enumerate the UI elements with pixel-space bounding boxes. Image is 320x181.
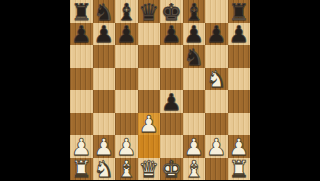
black-bishop-icon: ♝ [116, 1, 137, 24]
square-c1[interactable]: ♝ [115, 158, 138, 181]
white-bishop-icon: ♝ [116, 158, 137, 180]
square-b7[interactable]: ♟ [93, 23, 116, 46]
chess-app-canvas: ♜♞♝♛♚♝♜♟♟♟♟♟♟♟♞♞♟♟♟♟♟♟♟♟♜♞♝♛♚♝♜ [0, 0, 320, 180]
chess-board: ♜♞♝♛♚♝♜♟♟♟♟♟♟♟♞♞♟♟♟♟♟♟♟♟♜♞♝♛♚♝♜ [70, 0, 250, 180]
square-f1[interactable]: ♝ [183, 158, 206, 181]
square-f4[interactable] [183, 90, 206, 113]
square-b5[interactable] [93, 68, 116, 91]
square-c4[interactable] [115, 90, 138, 113]
square-e7[interactable]: ♟ [160, 23, 183, 46]
white-pawn-icon: ♟ [228, 136, 249, 159]
left-black-bar [0, 0, 70, 180]
square-f2[interactable]: ♟ [183, 135, 206, 158]
square-b4[interactable] [93, 90, 116, 113]
black-pawn-icon: ♟ [228, 23, 249, 46]
white-bishop-icon: ♝ [183, 158, 204, 180]
right-black-bar [250, 0, 320, 180]
white-pawn-icon: ♟ [116, 136, 137, 159]
square-c6[interactable] [115, 45, 138, 68]
square-b8[interactable]: ♞ [93, 0, 116, 23]
black-bishop-icon: ♝ [183, 1, 204, 24]
square-d3[interactable]: ♟ [138, 113, 161, 136]
square-g4[interactable] [205, 90, 228, 113]
square-h6[interactable] [228, 45, 251, 68]
black-knight-icon: ♞ [183, 46, 204, 69]
square-e5[interactable] [160, 68, 183, 91]
white-king-icon: ♚ [161, 158, 182, 180]
white-queen-icon: ♛ [138, 158, 159, 180]
black-pawn-icon: ♟ [71, 23, 92, 46]
square-d8[interactable]: ♛ [138, 0, 161, 23]
square-a4[interactable] [70, 90, 93, 113]
square-h3[interactable] [228, 113, 251, 136]
square-b3[interactable] [93, 113, 116, 136]
black-pawn-icon: ♟ [183, 23, 204, 46]
black-knight-icon: ♞ [93, 1, 114, 24]
square-f7[interactable]: ♟ [183, 23, 206, 46]
black-queen-icon: ♛ [138, 1, 159, 24]
black-pawn-icon: ♟ [206, 23, 227, 46]
white-rook-icon: ♜ [228, 158, 249, 180]
black-rook-icon: ♜ [71, 1, 92, 24]
square-a6[interactable] [70, 45, 93, 68]
square-e4[interactable]: ♟ [160, 90, 183, 113]
square-f8[interactable]: ♝ [183, 0, 206, 23]
white-pawn-icon: ♟ [183, 136, 204, 159]
square-g7[interactable]: ♟ [205, 23, 228, 46]
square-g1[interactable] [205, 158, 228, 181]
black-rook-icon: ♜ [228, 1, 249, 24]
square-c8[interactable]: ♝ [115, 0, 138, 23]
square-a3[interactable] [70, 113, 93, 136]
black-pawn-icon: ♟ [161, 91, 182, 114]
square-b1[interactable]: ♞ [93, 158, 116, 181]
square-a2[interactable]: ♟ [70, 135, 93, 158]
white-pawn-icon: ♟ [71, 136, 92, 159]
square-e2[interactable] [160, 135, 183, 158]
square-h8[interactable]: ♜ [228, 0, 251, 23]
square-d2[interactable] [138, 135, 161, 158]
white-pawn-icon: ♟ [93, 136, 114, 159]
square-c3[interactable] [115, 113, 138, 136]
square-e6[interactable] [160, 45, 183, 68]
square-h4[interactable] [228, 90, 251, 113]
square-h5[interactable] [228, 68, 251, 91]
black-king-icon: ♚ [161, 1, 182, 24]
black-pawn-icon: ♟ [116, 23, 137, 46]
square-f6[interactable]: ♞ [183, 45, 206, 68]
square-f5[interactable] [183, 68, 206, 91]
white-pawn-icon: ♟ [206, 136, 227, 159]
square-a5[interactable] [70, 68, 93, 91]
black-pawn-icon: ♟ [161, 23, 182, 46]
square-d5[interactable] [138, 68, 161, 91]
square-g3[interactable] [205, 113, 228, 136]
square-c7[interactable]: ♟ [115, 23, 138, 46]
white-pawn-icon: ♟ [138, 113, 159, 136]
square-f3[interactable] [183, 113, 206, 136]
square-e8[interactable]: ♚ [160, 0, 183, 23]
square-h1[interactable]: ♜ [228, 158, 251, 181]
black-pawn-icon: ♟ [93, 23, 114, 46]
square-d7[interactable] [138, 23, 161, 46]
square-g5[interactable]: ♞ [205, 68, 228, 91]
square-d4[interactable] [138, 90, 161, 113]
square-b2[interactable]: ♟ [93, 135, 116, 158]
square-h2[interactable]: ♟ [228, 135, 251, 158]
square-e1[interactable]: ♚ [160, 158, 183, 181]
white-rook-icon: ♜ [71, 158, 92, 180]
square-d1[interactable]: ♛ [138, 158, 161, 181]
square-g2[interactable]: ♟ [205, 135, 228, 158]
square-c5[interactable] [115, 68, 138, 91]
square-e3[interactable] [160, 113, 183, 136]
square-a1[interactable]: ♜ [70, 158, 93, 181]
square-a8[interactable]: ♜ [70, 0, 93, 23]
square-h7[interactable]: ♟ [228, 23, 251, 46]
square-g6[interactable] [205, 45, 228, 68]
square-a7[interactable]: ♟ [70, 23, 93, 46]
square-d6[interactable] [138, 45, 161, 68]
square-g8[interactable] [205, 0, 228, 23]
square-c2[interactable]: ♟ [115, 135, 138, 158]
white-knight-icon: ♞ [206, 68, 227, 91]
square-b6[interactable] [93, 45, 116, 68]
white-knight-icon: ♞ [93, 158, 114, 180]
